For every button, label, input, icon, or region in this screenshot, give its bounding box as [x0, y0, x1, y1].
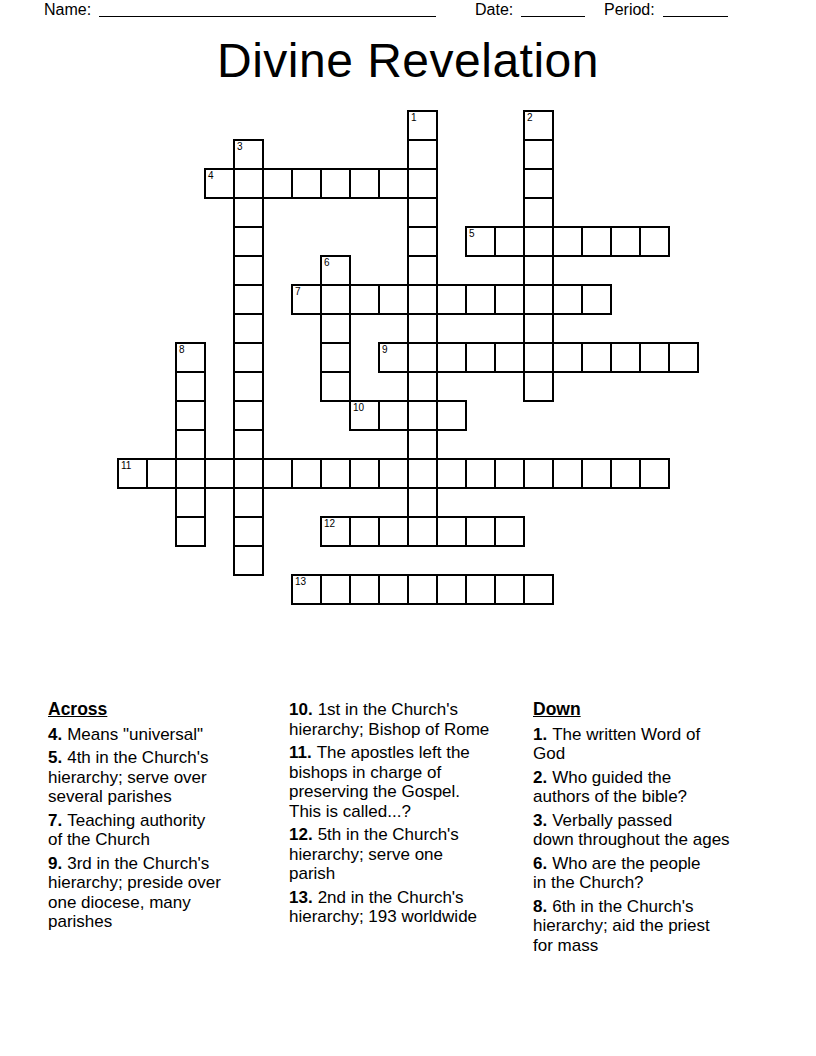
grid-cell[interactable]: [233, 342, 264, 373]
clue-text: Means "universal": [67, 725, 203, 744]
grid-cell[interactable]: 3: [233, 139, 264, 170]
clue-across-11: 11.The apostles left the bishops in char…: [289, 743, 525, 821]
clue-text: Teaching authority of the Church: [48, 811, 205, 850]
grid-cell[interactable]: [581, 284, 612, 315]
grid-cell[interactable]: [233, 487, 264, 518]
grid-cell[interactable]: [465, 516, 496, 547]
grid-cell[interactable]: 4: [204, 168, 235, 199]
grid-cell[interactable]: [407, 487, 438, 518]
clue-number-label: 9: [382, 344, 388, 355]
grid-cell[interactable]: 7: [291, 284, 322, 315]
grid-cell[interactable]: [349, 574, 380, 605]
grid-cell[interactable]: [610, 342, 641, 373]
grid-cell[interactable]: [407, 197, 438, 228]
grid-cell[interactable]: [581, 458, 612, 489]
grid-cell[interactable]: [523, 139, 554, 170]
grid-cell[interactable]: [639, 458, 670, 489]
grid-cell[interactable]: [378, 284, 409, 315]
clues-column-down: Down 1.The written Word of God 2.Who gui…: [533, 700, 759, 959]
grid-cell[interactable]: [465, 574, 496, 605]
grid-cell[interactable]: [552, 458, 583, 489]
grid-cell[interactable]: [407, 168, 438, 199]
grid-cell[interactable]: [494, 516, 525, 547]
grid-cell[interactable]: [407, 255, 438, 286]
clue-text: 4th in the Church's hierarchy; serve ove…: [48, 748, 208, 806]
grid-cell[interactable]: [494, 284, 525, 315]
grid-cell[interactable]: [233, 400, 264, 431]
grid-cell[interactable]: [523, 342, 554, 373]
clue-number: 7.: [48, 811, 62, 830]
grid-cell[interactable]: [407, 284, 438, 315]
grid-cell[interactable]: [639, 342, 670, 373]
clue-number-label: 7: [295, 286, 301, 297]
clue-number-label: 13: [295, 576, 306, 587]
clue-text: The written Word of God: [533, 725, 700, 764]
grid-cell[interactable]: [175, 371, 206, 402]
grid-cell[interactable]: [407, 313, 438, 344]
grid-cell[interactable]: [407, 429, 438, 460]
clue-across-4: 4.Means "universal": [48, 725, 260, 745]
clue-number-label: 1: [411, 112, 417, 123]
clue-number: 2.: [533, 768, 547, 787]
clue-text: 1st in the Church's hierarchy; Bishop of…: [289, 700, 489, 739]
grid-cell[interactable]: [233, 168, 264, 199]
crossword-grid: 12345678910111213: [117, 110, 699, 605]
down-header: Down: [533, 700, 759, 720]
clue-number: 9.: [48, 854, 62, 873]
grid-cell[interactable]: [436, 284, 467, 315]
clue-text: Who are the people in the Church?: [533, 854, 701, 893]
clue-number: 8.: [533, 897, 547, 916]
grid-cell[interactable]: [523, 574, 554, 605]
name-field: Name:: [44, 1, 436, 19]
grid-cell[interactable]: [175, 516, 206, 547]
grid-cell[interactable]: [494, 574, 525, 605]
clue-down-6: 6.Who are the people in the Church?: [533, 854, 759, 893]
clue-text: Verbally passed down throughout the ages: [533, 811, 730, 850]
grid-cell[interactable]: [320, 574, 351, 605]
clues-column-across-cont: 10.1st in the Church's hierarchy; Bishop…: [289, 700, 525, 931]
grid-cell[interactable]: [523, 284, 554, 315]
grid-cell[interactable]: [320, 371, 351, 402]
grid-cell[interactable]: [233, 429, 264, 460]
clue-number: 6.: [533, 854, 547, 873]
grid-cell[interactable]: [494, 342, 525, 373]
clue-number-label: 4: [208, 170, 214, 181]
grid-cell[interactable]: [523, 168, 554, 199]
clue-text: 3rd in the Church's hierarchy; preside o…: [48, 854, 221, 932]
grid-cell[interactable]: [436, 342, 467, 373]
clue-number: 4.: [48, 725, 62, 744]
clue-number-label: 12: [324, 518, 335, 529]
clue-text: The apostles left the bishops in charge …: [289, 743, 470, 821]
clue-across-5: 5.4th in the Church's hierarchy; serve o…: [48, 748, 260, 807]
grid-cell[interactable]: [378, 168, 409, 199]
period-blank-line[interactable]: [663, 2, 728, 17]
clue-down-2: 2.Who guided the authors of the bible?: [533, 768, 759, 807]
grid-cell[interactable]: 8: [175, 342, 206, 373]
date-label: Date:: [475, 1, 513, 18]
clue-text: 5th in the Church's hierarchy; serve one…: [289, 825, 459, 883]
grid-cell[interactable]: [552, 284, 583, 315]
grid-cell[interactable]: [349, 284, 380, 315]
clue-number: 3.: [533, 811, 547, 830]
grid-cell[interactable]: [233, 371, 264, 402]
grid-cell[interactable]: [465, 284, 496, 315]
page-title: Divine Revelation: [0, 33, 816, 90]
clue-number-label: 2: [527, 112, 533, 123]
clue-number: 12.: [289, 825, 313, 844]
grid-cell[interactable]: [233, 313, 264, 344]
grid-cell[interactable]: [436, 516, 467, 547]
grid-cell[interactable]: [668, 342, 699, 373]
grid-cell[interactable]: [291, 458, 322, 489]
clue-number-label: 6: [324, 257, 330, 268]
grid-cell[interactable]: [262, 458, 293, 489]
grid-cell[interactable]: [320, 458, 351, 489]
clue-number: 13.: [289, 888, 313, 907]
clue-text: 2nd in the Church's hierarchy; 193 world…: [289, 888, 477, 927]
grid-cell[interactable]: [349, 458, 380, 489]
clues-column-across: Across 4.Means "universal" 5.4th in the …: [48, 700, 260, 936]
grid-cell[interactable]: [175, 400, 206, 431]
grid-cell[interactable]: [175, 458, 206, 489]
grid-cell[interactable]: [262, 168, 293, 199]
grid-cell[interactable]: [320, 168, 351, 199]
clue-number-label: 10: [353, 402, 364, 413]
grid-cell[interactable]: [349, 516, 380, 547]
grid-cell[interactable]: [407, 371, 438, 402]
grid-cell[interactable]: [523, 197, 554, 228]
grid-cell[interactable]: [378, 516, 409, 547]
grid-cell[interactable]: [320, 284, 351, 315]
grid-cell[interactable]: 5: [465, 226, 496, 257]
grid-cell[interactable]: [175, 487, 206, 518]
grid-cell[interactable]: [349, 168, 380, 199]
clue-number-label: 3: [237, 141, 243, 152]
clue-text: 6th in the Church's hierarchy; aid the p…: [533, 897, 710, 955]
grid-cell[interactable]: [407, 574, 438, 605]
grid-cell[interactable]: 12: [320, 516, 351, 547]
grid-cell[interactable]: [523, 458, 554, 489]
grid-cell[interactable]: [146, 458, 177, 489]
grid-cell[interactable]: 13: [291, 574, 322, 605]
grid-cell[interactable]: [407, 516, 438, 547]
grid-cell[interactable]: [407, 400, 438, 431]
period-label: Period:: [604, 1, 655, 18]
clue-across-13: 13.2nd in the Church's hierarchy; 193 wo…: [289, 888, 525, 927]
grid-cell[interactable]: [523, 255, 554, 286]
date-field: Date:: [475, 1, 585, 19]
grid-cell[interactable]: [378, 400, 409, 431]
clue-down-1: 1.The written Word of God: [533, 725, 759, 764]
grid-cell[interactable]: [233, 226, 264, 257]
grid-cell[interactable]: [291, 168, 322, 199]
clue-number: 1.: [533, 725, 547, 744]
clue-across-12: 12.5th in the Church's hierarchy; serve …: [289, 825, 525, 884]
grid-cell[interactable]: [204, 458, 235, 489]
grid-cell[interactable]: [407, 342, 438, 373]
grid-cell[interactable]: [494, 458, 525, 489]
grid-cell[interactable]: [552, 226, 583, 257]
grid-cell[interactable]: [233, 545, 264, 576]
clue-down-3: 3.Verbally passed down throughout the ag…: [533, 811, 759, 850]
grid-cell[interactable]: [233, 284, 264, 315]
grid-cell[interactable]: [436, 574, 467, 605]
grid-cell[interactable]: [378, 458, 409, 489]
grid-cell[interactable]: [320, 342, 351, 373]
grid-cell[interactable]: [552, 342, 583, 373]
grid-cell[interactable]: 1: [407, 110, 438, 141]
grid-cell[interactable]: [233, 516, 264, 547]
name-label: Name:: [44, 1, 91, 18]
across-header: Across: [48, 700, 260, 720]
grid-cell[interactable]: [233, 255, 264, 286]
grid-cell[interactable]: [523, 226, 554, 257]
grid-cell[interactable]: [407, 226, 438, 257]
grid-cell[interactable]: 2: [523, 110, 554, 141]
grid-cell[interactable]: [581, 226, 612, 257]
grid-cell[interactable]: [465, 342, 496, 373]
grid-cell[interactable]: [233, 458, 264, 489]
grid-cell[interactable]: [610, 226, 641, 257]
grid-cell[interactable]: [581, 342, 612, 373]
grid-cell[interactable]: [378, 574, 409, 605]
worksheet-header: Name: Date: Period:: [0, 0, 816, 24]
grid-cell[interactable]: [639, 226, 670, 257]
clue-number: 11.: [289, 743, 312, 762]
grid-cell[interactable]: [436, 458, 467, 489]
clue-across-10: 10.1st in the Church's hierarchy; Bishop…: [289, 700, 525, 739]
clue-across-7: 7.Teaching authority of the Church: [48, 811, 260, 850]
grid-cell[interactable]: [407, 458, 438, 489]
grid-cell[interactable]: [233, 197, 264, 228]
clue-number-label: 5: [469, 228, 475, 239]
grid-cell[interactable]: [320, 313, 351, 344]
worksheet-page: { "game": "crossword", "title": "Divine …: [0, 0, 816, 1056]
clue-text: Who guided the authors of the bible?: [533, 768, 687, 807]
grid-cell[interactable]: [465, 458, 496, 489]
grid-cell[interactable]: 6: [320, 255, 351, 286]
clue-number: 5.: [48, 748, 62, 767]
clue-across-9: 9.3rd in the Church's hierarchy; preside…: [48, 854, 260, 932]
clue-number-label: 11: [121, 460, 131, 471]
clue-number: 10.: [289, 700, 313, 719]
clue-down-8: 8.6th in the Church's hierarchy; aid the…: [533, 897, 759, 956]
grid-cell[interactable]: [523, 313, 554, 344]
grid-cell[interactable]: [175, 429, 206, 460]
grid-cell[interactable]: 9: [378, 342, 409, 373]
grid-cell[interactable]: [436, 400, 467, 431]
period-field: Period:: [604, 1, 728, 19]
grid-cell[interactable]: 11: [117, 458, 148, 489]
grid-cell[interactable]: [494, 226, 525, 257]
name-blank-line[interactable]: [99, 2, 436, 17]
grid-cell[interactable]: [610, 458, 641, 489]
clue-number-label: 8: [179, 344, 185, 355]
grid-cell[interactable]: [523, 371, 554, 402]
grid-cell[interactable]: 10: [349, 400, 380, 431]
grid-cell[interactable]: [407, 139, 438, 170]
date-blank-line[interactable]: [521, 2, 585, 17]
